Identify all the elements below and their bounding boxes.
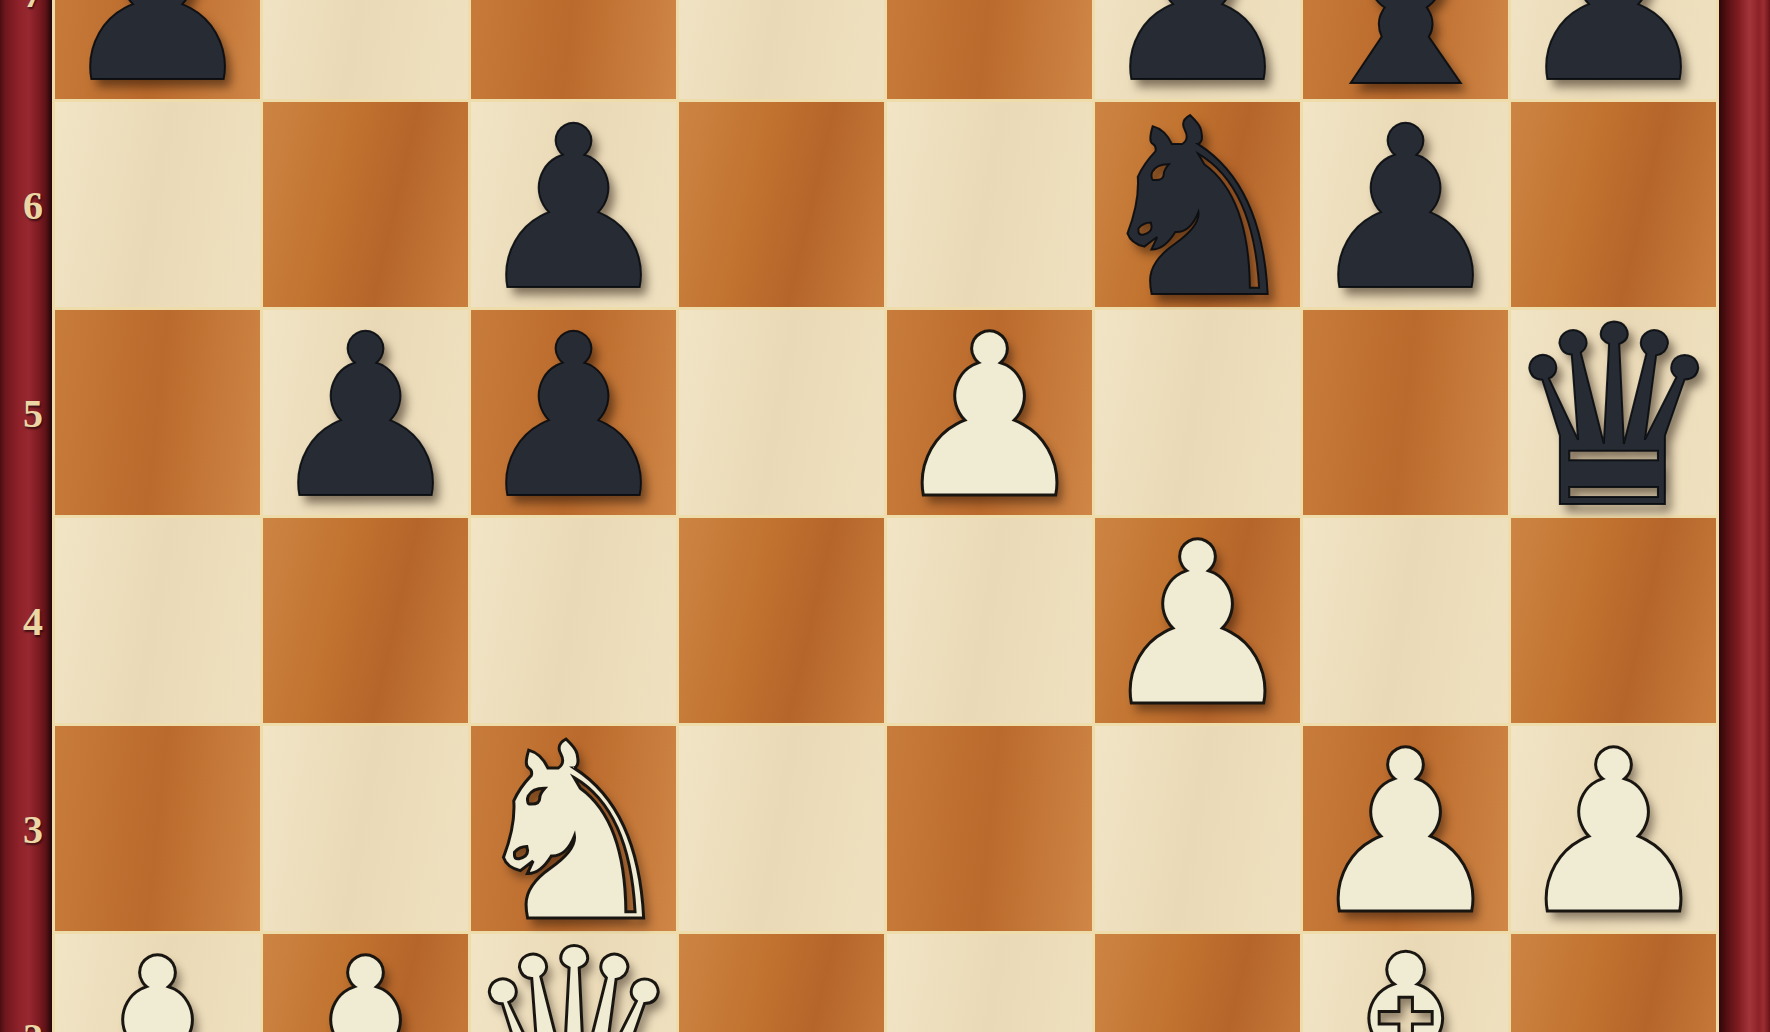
square-a7[interactable]: ♟ [55,0,260,99]
square-d5[interactable] [679,310,884,515]
square-b5[interactable]: ♟ [263,310,468,515]
white-pawn: ♟ [1513,721,1715,946]
rank-label-5: 5 [23,394,43,434]
square-f5[interactable] [1095,310,1300,515]
square-f4[interactable]: ♟ [1095,518,1300,723]
white-pawn: ♟ [889,305,1091,530]
square-a6[interactable] [55,102,260,307]
square-e7[interactable] [887,0,1092,99]
square-e4[interactable] [887,518,1092,723]
white-pawn: ♟ [265,929,467,1032]
chessboard: ♟♟♝♟♟♞♟♟♟♟♛♟♞♟♟♟♟♛♝ [52,0,1719,1032]
square-h5[interactable]: ♛ [1511,310,1716,515]
square-h3[interactable]: ♟ [1511,726,1716,931]
rank-label-7: 7 [23,0,43,14]
chess-position-screenshot: { "game": "chess", "view": "partial over… [0,0,1770,1032]
white-queen: ♛ [461,917,685,1032]
square-b6[interactable] [263,102,468,307]
square-a2[interactable]: ♟ [55,934,260,1032]
black-pawn: ♟ [57,0,259,114]
square-f6[interactable]: ♞ [1095,102,1300,307]
square-g4[interactable] [1303,518,1508,723]
square-h2[interactable] [1511,934,1716,1032]
square-h7[interactable]: ♟ [1511,0,1716,99]
square-a3[interactable] [55,726,260,931]
square-b4[interactable] [263,518,468,723]
white-bishop: ♝ [1300,924,1511,1032]
white-pawn: ♟ [1097,513,1299,738]
square-b3[interactable] [263,726,468,931]
square-g6[interactable]: ♟ [1303,102,1508,307]
square-d4[interactable] [679,518,884,723]
square-a5[interactable] [55,310,260,515]
square-e2[interactable] [887,934,1092,1032]
black-pawn: ♟ [265,305,467,530]
square-g3[interactable]: ♟ [1303,726,1508,931]
square-e6[interactable] [887,102,1092,307]
square-a4[interactable] [55,518,260,723]
square-c6[interactable]: ♟ [471,102,676,307]
board-frame-right [1719,0,1770,1032]
black-pawn: ♟ [1305,97,1507,322]
square-c2[interactable]: ♛ [471,934,676,1032]
black-queen: ♛ [1501,293,1725,543]
rank-label-2: 2 [23,1018,43,1032]
square-c5[interactable]: ♟ [471,310,676,515]
black-pawn: ♟ [473,305,675,530]
square-d7[interactable] [679,0,884,99]
square-f2[interactable] [1095,934,1300,1032]
square-f3[interactable] [1095,726,1300,931]
square-e5[interactable]: ♟ [887,310,1092,515]
square-b2[interactable]: ♟ [263,934,468,1032]
square-e3[interactable] [887,726,1092,931]
square-d3[interactable] [679,726,884,931]
black-knight: ♞ [1088,87,1308,332]
square-g2[interactable]: ♝ [1303,934,1508,1032]
rank-label-6: 6 [23,186,43,226]
square-d2[interactable] [679,934,884,1032]
square-d6[interactable] [679,102,884,307]
rank-label-3: 3 [23,810,43,850]
square-b7[interactable] [263,0,468,99]
board-frame-left: 7 6 5 4 3 2 [0,0,52,1032]
rank-label-4: 4 [23,602,43,642]
square-h4[interactable] [1511,518,1716,723]
black-pawn: ♟ [1513,0,1715,114]
square-g5[interactable] [1303,310,1508,515]
white-pawn: ♟ [57,929,259,1032]
